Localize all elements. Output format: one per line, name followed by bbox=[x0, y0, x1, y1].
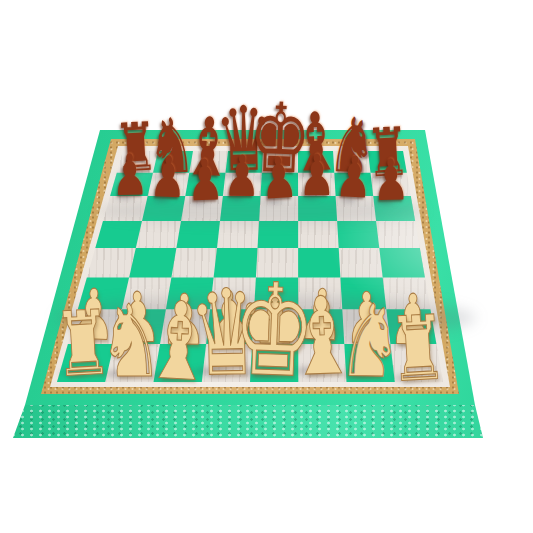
pieces-layer: ♜♞♝♛♚♝♞♜♟♟♟♟♟♟♟♟♟♟♟♟♟♟♟♟♜♞♝♛♚♝♞♜ bbox=[0, 0, 533, 533]
piece-black-pawn[interactable]: ♟ bbox=[223, 147, 261, 204]
piece-black-pawn[interactable]: ♟ bbox=[334, 148, 374, 207]
piece-black-pawn[interactable]: ♟ bbox=[259, 149, 299, 208]
piece-black-pawn[interactable]: ♟ bbox=[148, 148, 187, 206]
piece-black-pawn[interactable]: ♟ bbox=[298, 147, 335, 204]
piece-black-pawn[interactable]: ♟ bbox=[111, 146, 149, 203]
chess-set-photo: ♜♞♝♛♚♝♞♜♟♟♟♟♟♟♟♟♟♟♟♟♟♟♟♟♜♞♝♛♚♝♞♜ bbox=[0, 0, 533, 533]
piece-black-pawn[interactable]: ♟ bbox=[372, 151, 410, 208]
piece-white-rook[interactable]: ♜ bbox=[387, 303, 449, 395]
piece-black-pawn[interactable]: ♟ bbox=[185, 151, 224, 209]
